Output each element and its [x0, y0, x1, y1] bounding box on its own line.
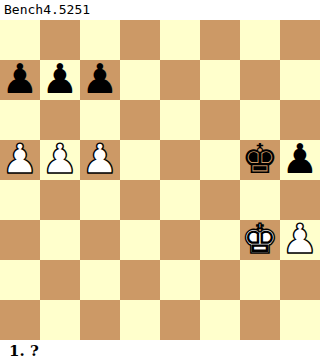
square-c5[interactable]: ♟	[80, 140, 120, 180]
square-a2[interactable]	[0, 260, 40, 300]
square-c3[interactable]	[80, 220, 120, 260]
square-f8[interactable]	[200, 20, 240, 60]
square-e4[interactable]	[160, 180, 200, 220]
square-g1[interactable]	[240, 300, 280, 340]
square-h6[interactable]	[280, 100, 320, 140]
square-a6[interactable]	[0, 100, 40, 140]
square-d3[interactable]	[120, 220, 160, 260]
black-king-g5: ♚	[242, 139, 279, 179]
square-g4[interactable]	[240, 180, 280, 220]
square-g6[interactable]	[240, 100, 280, 140]
black-pawn-a7: ♟	[2, 59, 39, 99]
square-d8[interactable]	[120, 20, 160, 60]
square-f6[interactable]	[200, 100, 240, 140]
square-c2[interactable]	[80, 260, 120, 300]
square-c4[interactable]	[80, 180, 120, 220]
square-c6[interactable]	[80, 100, 120, 140]
square-b6[interactable]	[40, 100, 80, 140]
square-f7[interactable]	[200, 60, 240, 100]
square-a4[interactable]	[0, 180, 40, 220]
chess-board: ♟♟♟♟♟♟♚♟♚♟	[0, 20, 320, 340]
square-a3[interactable]	[0, 220, 40, 260]
square-d4[interactable]	[120, 180, 160, 220]
white-pawn-h3: ♟	[282, 219, 319, 259]
black-pawn-c7: ♟	[82, 59, 119, 99]
white-pawn-b5: ♟	[42, 139, 79, 179]
square-g7[interactable]	[240, 60, 280, 100]
square-a8[interactable]	[0, 20, 40, 60]
position-title: Bench4.5251	[0, 0, 320, 20]
square-a5[interactable]: ♟	[0, 140, 40, 180]
square-f1[interactable]	[200, 300, 240, 340]
square-e1[interactable]	[160, 300, 200, 340]
black-pawn-h5: ♟	[282, 139, 319, 179]
white-pawn-c5: ♟	[82, 139, 119, 179]
square-f5[interactable]	[200, 140, 240, 180]
square-b7[interactable]: ♟	[40, 60, 80, 100]
square-h1[interactable]	[280, 300, 320, 340]
square-e2[interactable]	[160, 260, 200, 300]
square-h2[interactable]	[280, 260, 320, 300]
square-h8[interactable]	[280, 20, 320, 60]
square-d1[interactable]	[120, 300, 160, 340]
square-b8[interactable]	[40, 20, 80, 60]
square-h3[interactable]: ♟	[280, 220, 320, 260]
square-c8[interactable]	[80, 20, 120, 60]
square-a1[interactable]	[0, 300, 40, 340]
square-g8[interactable]	[240, 20, 280, 60]
square-e3[interactable]	[160, 220, 200, 260]
chess-app-window: Bench4.5251 ♟♟♟♟♟♟♚♟♚♟ 1. ?	[0, 0, 320, 360]
square-f4[interactable]	[200, 180, 240, 220]
square-b3[interactable]	[40, 220, 80, 260]
black-pawn-b7: ♟	[42, 59, 79, 99]
square-f2[interactable]	[200, 260, 240, 300]
square-d2[interactable]	[120, 260, 160, 300]
square-d7[interactable]	[120, 60, 160, 100]
square-g5[interactable]: ♚	[240, 140, 280, 180]
square-d5[interactable]	[120, 140, 160, 180]
square-e5[interactable]	[160, 140, 200, 180]
square-b1[interactable]	[40, 300, 80, 340]
square-h7[interactable]	[280, 60, 320, 100]
square-g2[interactable]	[240, 260, 280, 300]
move-prompt: 1. ?	[0, 340, 320, 360]
square-b5[interactable]: ♟	[40, 140, 80, 180]
square-b2[interactable]	[40, 260, 80, 300]
square-b4[interactable]	[40, 180, 80, 220]
square-h4[interactable]	[280, 180, 320, 220]
square-c1[interactable]	[80, 300, 120, 340]
square-e6[interactable]	[160, 100, 200, 140]
square-f3[interactable]	[200, 220, 240, 260]
square-h5[interactable]: ♟	[280, 140, 320, 180]
square-g3[interactable]: ♚	[240, 220, 280, 260]
square-d6[interactable]	[120, 100, 160, 140]
square-a7[interactable]: ♟	[0, 60, 40, 100]
white-pawn-a5: ♟	[2, 139, 39, 179]
square-e7[interactable]	[160, 60, 200, 100]
square-e8[interactable]	[160, 20, 200, 60]
white-king-g3: ♚	[242, 219, 279, 259]
square-c7[interactable]: ♟	[80, 60, 120, 100]
